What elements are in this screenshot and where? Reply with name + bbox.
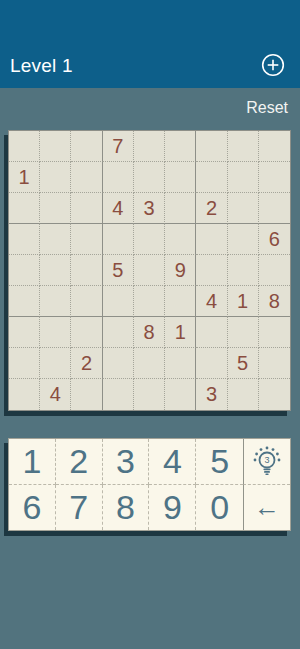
sudoku-cell-r1c1[interactable] — [9, 131, 40, 162]
reset-button[interactable]: Reset — [246, 99, 288, 117]
sudoku-cell-r8c7[interactable] — [196, 348, 227, 379]
sudoku-cell-r4c7[interactable] — [196, 224, 227, 255]
sudoku-cell-r5c9[interactable] — [259, 255, 290, 286]
sudoku-cell-r1c8[interactable] — [228, 131, 259, 162]
sudoku-cell-r3c7[interactable]: 2 — [196, 193, 227, 224]
sudoku-cell-r5c8[interactable] — [228, 255, 259, 286]
sudoku-cell-r5c5[interactable] — [134, 255, 165, 286]
header-bar: Level 1 — [0, 0, 300, 88]
key-9[interactable]: 9 — [149, 485, 196, 531]
sudoku-cell-r1c7[interactable] — [196, 131, 227, 162]
sudoku-cell-r6c3[interactable] — [71, 286, 102, 317]
new-game-button[interactable] — [261, 53, 285, 77]
key-0[interactable]: 0 — [196, 485, 243, 531]
sudoku-cell-r4c6[interactable] — [165, 224, 196, 255]
sudoku-cell-r8c3[interactable]: 2 — [71, 348, 102, 379]
sudoku-cell-r2c6[interactable] — [165, 162, 196, 193]
sudoku-cell-r3c4[interactable]: 4 — [103, 193, 134, 224]
key-4[interactable]: 4 — [149, 439, 196, 485]
sudoku-cell-r8c9[interactable] — [259, 348, 290, 379]
sudoku-cell-r5c4[interactable]: 5 — [103, 255, 134, 286]
sudoku-cell-r9c1[interactable] — [9, 379, 40, 410]
sudoku-cell-r8c8[interactable]: 5 — [228, 348, 259, 379]
sudoku-cell-r6c5[interactable] — [134, 286, 165, 317]
hint-count: 3 — [265, 455, 270, 465]
sudoku-cell-r9c2[interactable]: 4 — [40, 379, 71, 410]
key-5[interactable]: 5 — [196, 439, 243, 485]
sudoku-cell-r8c4[interactable] — [103, 348, 134, 379]
sudoku-cell-r3c3[interactable] — [71, 193, 102, 224]
sudoku-cell-r9c5[interactable] — [134, 379, 165, 410]
sudoku-cell-r3c8[interactable] — [228, 193, 259, 224]
page-title: Level 1 — [10, 55, 73, 77]
sudoku-cell-r1c4[interactable]: 7 — [103, 131, 134, 162]
sudoku-cell-r2c7[interactable] — [196, 162, 227, 193]
hint-button[interactable]: 3 — [243, 439, 290, 485]
sudoku-cell-r7c5[interactable]: 8 — [134, 317, 165, 348]
sudoku-cell-r7c1[interactable] — [9, 317, 40, 348]
sudoku-cell-r7c4[interactable] — [103, 317, 134, 348]
sudoku-cell-r5c2[interactable] — [40, 255, 71, 286]
sudoku-cell-r1c5[interactable] — [134, 131, 165, 162]
sudoku-cell-r9c9[interactable] — [259, 379, 290, 410]
sudoku-cell-r2c2[interactable] — [40, 162, 71, 193]
sudoku-cell-r6c2[interactable] — [40, 286, 71, 317]
sudoku-cell-r8c1[interactable] — [9, 348, 40, 379]
sudoku-app: Level 1 Reset 71432659418812543 — [0, 0, 300, 649]
sudoku-cell-r5c6[interactable]: 9 — [165, 255, 196, 286]
sudoku-cell-r4c3[interactable] — [71, 224, 102, 255]
sudoku-cell-r9c7[interactable]: 3 — [196, 379, 227, 410]
key-1[interactable]: 1 — [9, 439, 56, 485]
sudoku-cell-r9c3[interactable] — [71, 379, 102, 410]
lightbulb-icon: 3 — [250, 443, 284, 479]
sudoku-cell-r2c3[interactable] — [71, 162, 102, 193]
sudoku-cell-r3c6[interactable] — [165, 193, 196, 224]
sudoku-cell-r4c2[interactable] — [40, 224, 71, 255]
sudoku-cell-r7c9[interactable] — [259, 317, 290, 348]
sudoku-cell-r7c8[interactable] — [228, 317, 259, 348]
sudoku-cell-r7c3[interactable] — [71, 317, 102, 348]
sudoku-cell-r4c4[interactable] — [103, 224, 134, 255]
sudoku-cell-r1c2[interactable] — [40, 131, 71, 162]
sudoku-cell-r2c1[interactable]: 1 — [9, 162, 40, 193]
sudoku-cell-r3c1[interactable] — [9, 193, 40, 224]
key-8[interactable]: 8 — [103, 485, 150, 531]
left-arrow-icon: ← — [254, 494, 280, 520]
sudoku-cell-r3c2[interactable] — [40, 193, 71, 224]
sudoku-cell-r7c6[interactable]: 1 — [165, 317, 196, 348]
sudoku-cell-r6c1[interactable] — [9, 286, 40, 317]
sudoku-cell-r5c3[interactable] — [71, 255, 102, 286]
sudoku-cell-r6c7[interactable]: 4 — [196, 286, 227, 317]
sudoku-board: 71432659418812543 — [8, 130, 291, 411]
sudoku-cell-r1c3[interactable] — [71, 131, 102, 162]
sudoku-cell-r4c1[interactable] — [9, 224, 40, 255]
sudoku-cell-r6c6[interactable] — [165, 286, 196, 317]
sudoku-cell-r9c6[interactable] — [165, 379, 196, 410]
sudoku-cell-r6c4[interactable] — [103, 286, 134, 317]
sudoku-cell-r1c9[interactable] — [259, 131, 290, 162]
key-2[interactable]: 2 — [56, 439, 103, 485]
sudoku-cell-r2c5[interactable] — [134, 162, 165, 193]
sudoku-cell-r4c9[interactable]: 6 — [259, 224, 290, 255]
sudoku-cell-r1c6[interactable] — [165, 131, 196, 162]
number-keypad: 3 ← 1234567890 — [8, 438, 291, 531]
key-3[interactable]: 3 — [103, 439, 150, 485]
sudoku-cell-r3c5[interactable]: 3 — [134, 193, 165, 224]
sudoku-cell-r7c7[interactable] — [196, 317, 227, 348]
circled-plus-icon — [261, 53, 285, 77]
sudoku-cell-r6c9[interactable]: 8 — [259, 286, 290, 317]
sudoku-cell-r2c9[interactable] — [259, 162, 290, 193]
sudoku-cell-r6c8[interactable]: 1 — [228, 286, 259, 317]
sudoku-cell-r8c2[interactable] — [40, 348, 71, 379]
sudoku-cell-r5c7[interactable] — [196, 255, 227, 286]
sudoku-cell-r8c5[interactable] — [134, 348, 165, 379]
sudoku-cell-r4c8[interactable] — [228, 224, 259, 255]
backspace-button[interactable]: ← — [243, 485, 290, 531]
sudoku-cell-r9c8[interactable] — [228, 379, 259, 410]
sudoku-cell-r5c1[interactable] — [9, 255, 40, 286]
sudoku-cell-r8c6[interactable] — [165, 348, 196, 379]
sudoku-cell-r2c4[interactable] — [103, 162, 134, 193]
sudoku-cell-r9c4[interactable] — [103, 379, 134, 410]
key-7[interactable]: 7 — [56, 485, 103, 531]
key-6[interactable]: 6 — [9, 485, 56, 531]
sudoku-cell-r3c9[interactable] — [259, 193, 290, 224]
sudoku-cell-r4c5[interactable] — [134, 224, 165, 255]
sudoku-cell-r7c2[interactable] — [40, 317, 71, 348]
sudoku-cell-r2c8[interactable] — [228, 162, 259, 193]
